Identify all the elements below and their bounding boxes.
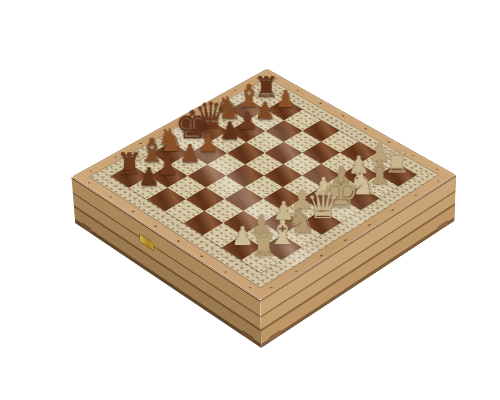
chess-set-photo: ♜♝♞♚♛♞♝♜♟♟♟♟♟♟♟♟♟♟♟♟♟♟♟♟♜♝♞♛♚♞♝♜ — [0, 0, 500, 400]
brass-latch-ring — [151, 240, 158, 251]
piece-black-pawn-c7: ♟ — [178, 141, 200, 166]
box-foot — [269, 329, 281, 343]
piece-black-pawn-e7: ♟ — [218, 119, 240, 143]
box-foot — [81, 222, 92, 234]
box-foot — [242, 330, 254, 343]
brass-latch — [140, 234, 154, 250]
piece-white-rook-a1: ♜ — [249, 229, 277, 261]
piece-black-pawn-a7: ♟ — [137, 164, 160, 189]
box-foot — [437, 220, 448, 232]
chess-board: ♜♝♞♚♛♞♝♜♟♟♟♟♟♟♟♟♟♟♟♟♟♟♟♟♜♝♞♛♚♞♝♜ — [72, 69, 457, 301]
